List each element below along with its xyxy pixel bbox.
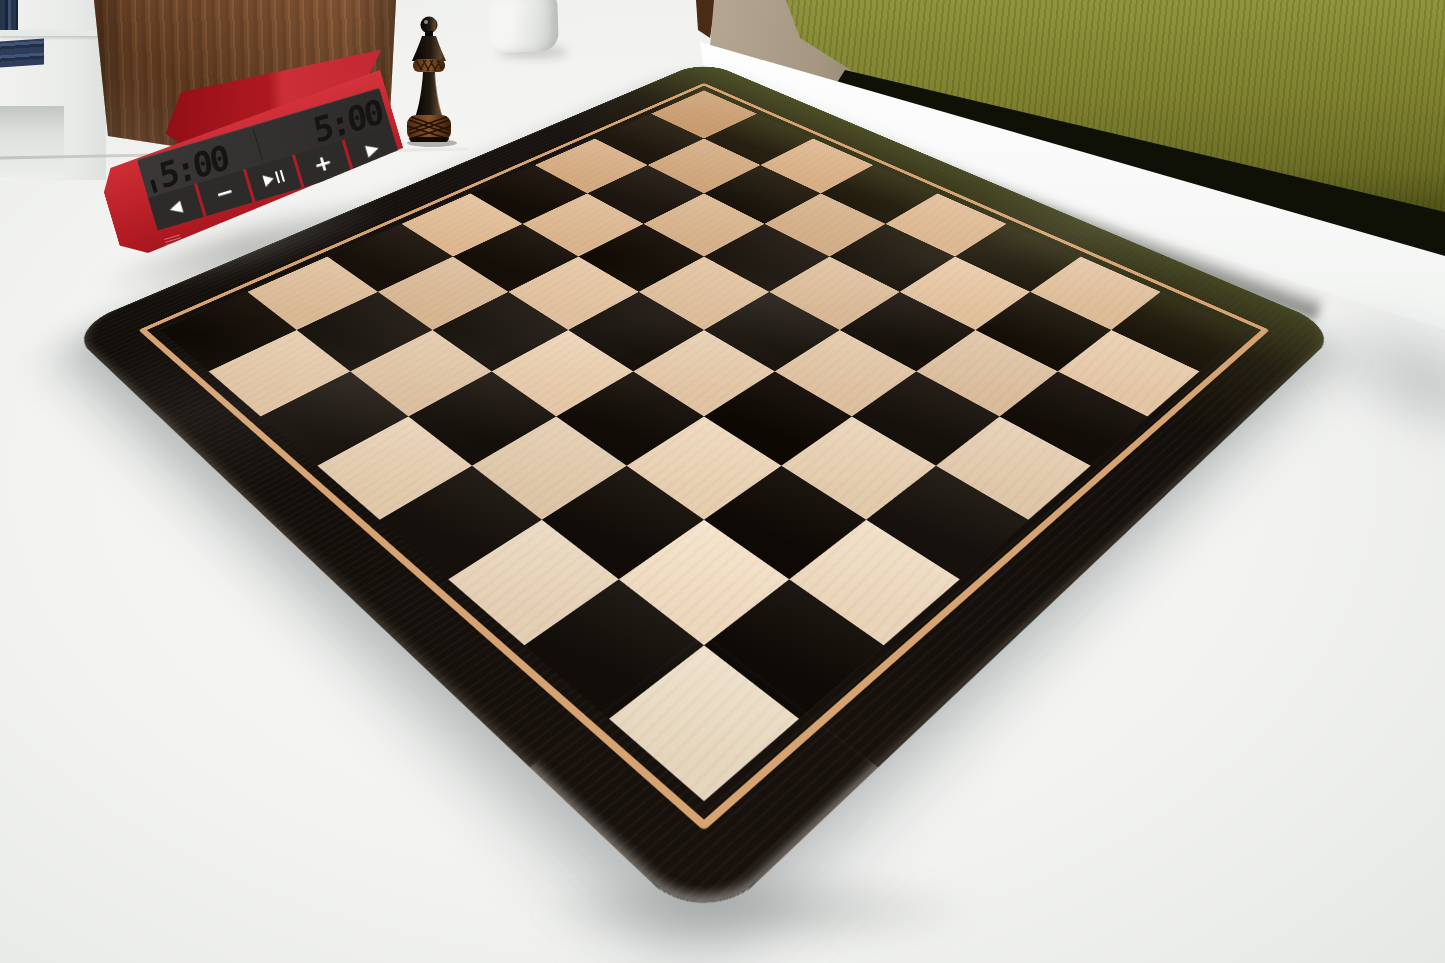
- ball-highlight: [424, 20, 428, 24]
- minus-icon: −: [213, 180, 237, 206]
- books-stack-middle: [0, 38, 44, 67]
- shelf-board: [0, 30, 104, 36]
- right-arrow-icon: ▶: [364, 140, 380, 159]
- plus-icon: +: [311, 151, 335, 177]
- books-stack-top: [0, 0, 18, 32]
- shelf-interior-shadow: [0, 106, 64, 178]
- left-arrow-icon: ◀: [167, 198, 183, 217]
- queen-finial-ball: [421, 17, 438, 34]
- queen-body: [415, 72, 443, 118]
- white-vase: [487, 0, 559, 53]
- clock-vent-lines: [164, 233, 182, 246]
- play-pause-icon: [263, 170, 286, 187]
- lcd-divider: [253, 129, 263, 160]
- chess-clock: 5:00 5:00 ◀−+▶: [96, 64, 416, 269]
- scene: 5:00 5:00 ◀−+▶: [0, 0, 1445, 963]
- queen-crown: [412, 36, 446, 61]
- lever-indicator: [150, 180, 158, 194]
